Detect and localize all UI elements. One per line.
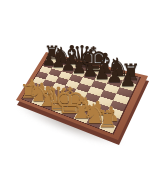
chess-set-photo: ♜♞♝♛♚♝♞♜♟♟♟♟♟♟♟♟♟♟♟♟♟♟♟♟♜♞♝♛♚♝♞♜	[0, 0, 150, 173]
piece-white-rook-h1[interactable]: ♜	[97, 108, 118, 132]
pieces-layer: ♜♞♝♛♚♝♞♜♟♟♟♟♟♟♟♟♟♟♟♟♟♟♟♟♜♞♝♛♚♝♞♜	[0, 0, 150, 173]
piece-black-pawn-h7[interactable]: ♟	[119, 70, 136, 89]
